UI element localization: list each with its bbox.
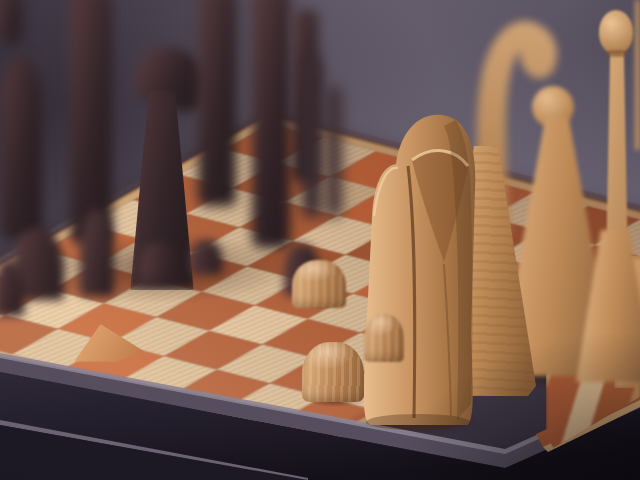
black-bottle-piece bbox=[0, 56, 42, 240]
white-king-split-cowl bbox=[356, 104, 482, 436]
white-pawn-cork-front bbox=[302, 342, 364, 402]
white-pawn-cork-by-king bbox=[364, 314, 404, 362]
queen-knob bbox=[599, 10, 633, 54]
white-pawn-cork bbox=[292, 260, 346, 308]
black-distant-piece bbox=[302, 56, 322, 218]
black-pawn-stub bbox=[140, 242, 178, 282]
black-column-piece bbox=[70, 0, 112, 244]
king-shape bbox=[356, 104, 482, 436]
black-column-piece bbox=[252, 0, 290, 248]
scene-wooden-chess-photo bbox=[0, 0, 640, 480]
queen-collar bbox=[605, 50, 629, 57]
black-pawn-stub bbox=[190, 240, 222, 274]
black-pawn-stub bbox=[80, 210, 114, 296]
black-distant-piece bbox=[326, 86, 342, 218]
black-column-piece bbox=[198, 0, 236, 206]
white-piece-edge-sliver bbox=[635, 0, 640, 150]
black-piece-corner bbox=[0, 0, 22, 44]
